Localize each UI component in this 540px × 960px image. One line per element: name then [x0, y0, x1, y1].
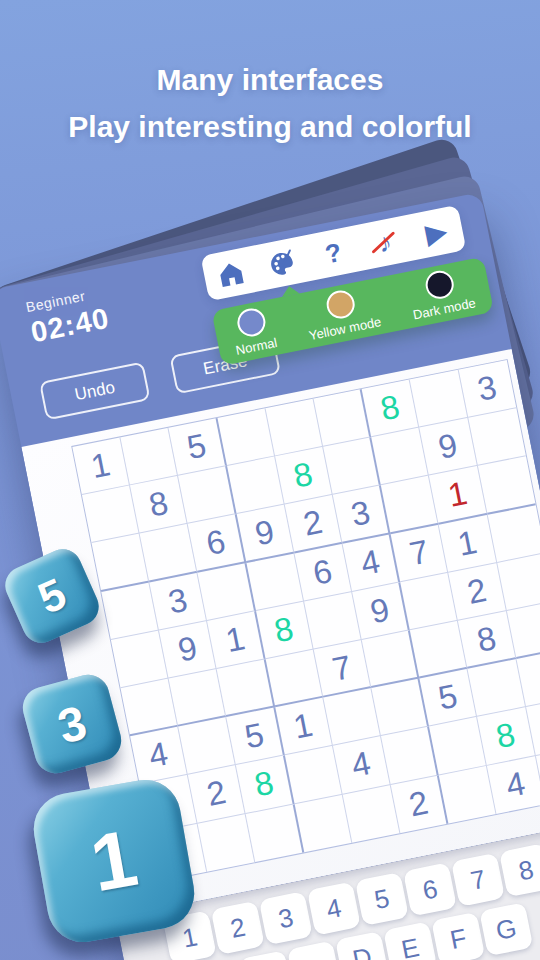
given-digit: 6 [203, 522, 228, 563]
given-digit: 7 [329, 648, 354, 689]
letter-key-G[interactable]: G [479, 902, 533, 956]
user-digit: 8 [377, 388, 402, 429]
number-key-3[interactable]: 3 [259, 891, 313, 945]
given-digit: 3 [348, 493, 373, 534]
letter-key-E[interactable]: E [383, 921, 437, 960]
cell-r4c9[interactable] [487, 505, 540, 563]
theme-option-label: Yellow mode [308, 314, 383, 343]
page-title: Many interfaces Play interesting and col… [0, 56, 540, 150]
number-key-5[interactable]: 5 [355, 872, 409, 926]
theme-button[interactable] [258, 240, 305, 287]
given-digit: 3 [474, 368, 499, 409]
theme-option-yellow-mode[interactable]: Yellow mode [302, 284, 383, 343]
given-digit: 1 [455, 523, 480, 564]
help-button[interactable]: ? [310, 229, 357, 276]
app-screen: Many interfaces Play interesting and col… [0, 0, 540, 960]
given-digit: 1 [88, 445, 113, 486]
error-digit: 1 [445, 474, 470, 515]
given-digit: 9 [367, 590, 392, 631]
number-key-8[interactable]: 8 [499, 843, 540, 897]
palette-icon [265, 246, 299, 280]
play-button[interactable]: ▶ [413, 209, 460, 256]
letter-key-blank[interactable] [239, 950, 293, 960]
tile-1-label: 1 [84, 812, 144, 910]
given-digit: 2 [204, 773, 229, 814]
given-digit: 4 [358, 542, 383, 583]
given-digit: 8 [474, 619, 499, 660]
theme-color-swatch [423, 268, 456, 301]
given-digit: 9 [252, 512, 277, 553]
given-digit: 5 [242, 716, 267, 757]
number-key-7[interactable]: 7 [451, 853, 505, 907]
home-icon [215, 258, 247, 290]
sound-toggle-button[interactable]: ♪ [361, 219, 408, 266]
tile-5-label: 5 [31, 568, 74, 624]
given-digit: 7 [406, 532, 431, 573]
number-key-2[interactable]: 2 [211, 901, 265, 955]
given-digit: 6 [310, 552, 335, 593]
theme-option-dark-mode[interactable]: Dark mode [406, 265, 477, 323]
given-digit: 2 [300, 503, 325, 544]
given-digit: 4 [503, 764, 528, 805]
given-digit: 1 [222, 619, 247, 660]
tile-3-label: 3 [52, 694, 92, 754]
given-digit: 5 [435, 677, 460, 718]
given-digit: 4 [348, 744, 373, 785]
number-key-4[interactable]: 4 [307, 882, 361, 936]
given-digit: 2 [464, 571, 489, 612]
user-digit: 8 [493, 716, 518, 757]
undo-label: Undo [73, 377, 117, 405]
given-digit: 3 [165, 580, 190, 621]
given-digit: 1 [290, 706, 315, 747]
theme-option-label: Normal [235, 335, 279, 358]
floating-tile-1: 1 [28, 774, 200, 947]
home-button[interactable] [207, 250, 254, 297]
user-digit: 8 [291, 455, 316, 496]
play-icon: ▶ [423, 215, 449, 249]
given-digit: 9 [435, 426, 460, 467]
theme-color-swatch [324, 288, 357, 321]
cell-r9c8[interactable]: 4 [487, 756, 540, 814]
theme-option-normal[interactable]: Normal [228, 305, 278, 358]
title-line-2: Play interesting and colorful [0, 103, 540, 150]
theme-color-swatch [235, 306, 268, 339]
hud-info: Beginner 02:40 [25, 284, 113, 350]
user-digit: 8 [251, 764, 276, 805]
letter-key-D[interactable]: D [335, 931, 389, 960]
help-icon: ? [323, 236, 345, 270]
given-digit: 4 [146, 735, 171, 776]
undo-button[interactable]: Undo [39, 361, 151, 420]
letter-key-blank[interactable] [287, 941, 341, 960]
given-digit: 2 [406, 784, 431, 825]
number-key-6[interactable]: 6 [403, 862, 457, 916]
title-line-1: Many interfaces [0, 56, 540, 103]
user-digit: 8 [271, 609, 296, 650]
letter-key-F[interactable]: F [431, 912, 485, 960]
given-digit: 8 [146, 484, 171, 525]
given-digit: 9 [175, 629, 200, 670]
given-digit: 5 [184, 426, 209, 467]
theme-option-label: Dark mode [412, 295, 477, 322]
